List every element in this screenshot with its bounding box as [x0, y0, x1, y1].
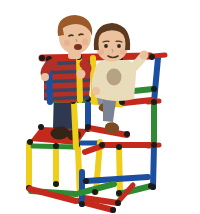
connector-joint	[116, 144, 122, 150]
right-child-hanging-leg	[103, 98, 116, 122]
tube-yellow	[119, 148, 120, 192]
left-boy-eye	[79, 34, 83, 35]
right-child-eye	[104, 44, 108, 48]
connector-joint	[115, 200, 121, 206]
connector-joint	[99, 142, 105, 148]
left-boy-mouth	[74, 44, 82, 50]
tube-yellow	[74, 103, 76, 147]
right-child-eye	[117, 44, 121, 48]
right-child-hand	[92, 87, 100, 95]
left-boy-eye	[69, 35, 73, 36]
tube-blue	[153, 146, 154, 187]
connector-joint	[53, 143, 59, 149]
connector-joint	[124, 131, 130, 137]
connector-joint	[79, 201, 85, 207]
connector-joint	[53, 181, 59, 187]
tube-blue	[154, 58, 158, 102]
right-child-cheek	[98, 49, 104, 55]
connector-joint	[92, 189, 98, 195]
connector-joint	[149, 54, 155, 60]
tube-blue	[86, 177, 148, 181]
left-boy-hand	[77, 70, 86, 79]
connector-joint	[83, 178, 89, 184]
right-child-arm	[96, 70, 99, 88]
connector-joint	[151, 142, 157, 148]
tube-red	[154, 55, 165, 56]
connector-joint	[27, 139, 33, 145]
right-child	[92, 23, 149, 135]
connector-joint	[39, 55, 45, 61]
product-photo	[0, 0, 200, 214]
connector-joint	[116, 190, 122, 196]
connector-joint	[110, 207, 116, 213]
right-child-shirt-print	[107, 69, 122, 86]
right-child-hand	[140, 51, 149, 60]
connector-joint	[85, 124, 91, 130]
climbing-frame-scene	[0, 0, 200, 214]
tube-red	[42, 56, 150, 58]
left-boy-cheek	[64, 40, 70, 46]
left-boy-hand	[41, 73, 49, 81]
left-boy-cheek	[82, 39, 88, 45]
connector-joint	[151, 99, 157, 105]
connector-joint	[38, 124, 44, 130]
connector-joint	[148, 183, 154, 189]
connector-joint	[151, 86, 157, 92]
right-child-cheek	[120, 49, 126, 55]
